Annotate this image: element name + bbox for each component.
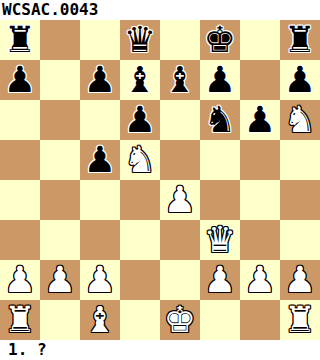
- square-f2[interactable]: ♟: [200, 260, 240, 300]
- square-a7[interactable]: ♟: [0, 60, 40, 100]
- square-a5[interactable]: [0, 140, 40, 180]
- square-g6[interactable]: ♟: [240, 100, 280, 140]
- square-g7[interactable]: [240, 60, 280, 100]
- square-h1[interactable]: ♜: [280, 300, 320, 340]
- black-queen-icon: ♛: [124, 20, 156, 60]
- square-e1[interactable]: ♚: [160, 300, 200, 340]
- black-pawn-icon: ♟: [244, 100, 276, 140]
- black-rook-icon: ♜: [4, 20, 36, 60]
- square-h3[interactable]: [280, 220, 320, 260]
- chess-program-window: WCSAC.0043 ♜♛♚♜♟♟♝♝♟♟♟♞♟♞♟♞♟♛♟♟♟♟♟♟♜♝♚♜ …: [0, 0, 320, 360]
- black-pawn-icon: ♟: [124, 100, 156, 140]
- white-pawn-icon: ♟: [244, 260, 276, 300]
- white-knight-icon: ♞: [284, 100, 316, 140]
- status-bar: 1. ?: [0, 340, 320, 360]
- white-pawn-icon: ♟: [4, 260, 36, 300]
- square-c2[interactable]: ♟: [80, 260, 120, 300]
- title-bar: WCSAC.0043: [0, 0, 320, 20]
- white-pawn-icon: ♟: [84, 260, 116, 300]
- square-d3[interactable]: [120, 220, 160, 260]
- square-g2[interactable]: ♟: [240, 260, 280, 300]
- position-title: WCSAC.0043: [2, 0, 98, 19]
- square-d4[interactable]: [120, 180, 160, 220]
- square-c6[interactable]: [80, 100, 120, 140]
- square-c7[interactable]: ♟: [80, 60, 120, 100]
- square-e8[interactable]: [160, 20, 200, 60]
- square-c8[interactable]: [80, 20, 120, 60]
- square-e4[interactable]: ♟: [160, 180, 200, 220]
- black-bishop-icon: ♝: [124, 60, 156, 100]
- white-bishop-icon: ♝: [84, 300, 116, 340]
- square-h4[interactable]: [280, 180, 320, 220]
- black-pawn-icon: ♟: [284, 60, 316, 100]
- square-g8[interactable]: [240, 20, 280, 60]
- black-bishop-icon: ♝: [164, 60, 196, 100]
- square-e7[interactable]: ♝: [160, 60, 200, 100]
- square-a3[interactable]: [0, 220, 40, 260]
- black-pawn-icon: ♟: [204, 60, 236, 100]
- white-pawn-icon: ♟: [284, 260, 316, 300]
- square-g1[interactable]: [240, 300, 280, 340]
- square-b6[interactable]: [40, 100, 80, 140]
- black-pawn-icon: ♟: [4, 60, 36, 100]
- square-f7[interactable]: ♟: [200, 60, 240, 100]
- black-rook-icon: ♜: [284, 20, 316, 60]
- white-pawn-icon: ♟: [204, 260, 236, 300]
- square-e3[interactable]: [160, 220, 200, 260]
- square-b7[interactable]: [40, 60, 80, 100]
- square-h6[interactable]: ♞: [280, 100, 320, 140]
- square-d2[interactable]: [120, 260, 160, 300]
- black-king-icon: ♚: [204, 20, 236, 60]
- square-h2[interactable]: ♟: [280, 260, 320, 300]
- square-f4[interactable]: [200, 180, 240, 220]
- square-d7[interactable]: ♝: [120, 60, 160, 100]
- square-b3[interactable]: [40, 220, 80, 260]
- square-e5[interactable]: [160, 140, 200, 180]
- white-king-icon: ♚: [164, 300, 196, 340]
- square-c4[interactable]: [80, 180, 120, 220]
- square-e2[interactable]: [160, 260, 200, 300]
- square-c3[interactable]: [80, 220, 120, 260]
- square-a4[interactable]: [0, 180, 40, 220]
- square-e6[interactable]: [160, 100, 200, 140]
- square-d8[interactable]: ♛: [120, 20, 160, 60]
- white-queen-icon: ♛: [204, 220, 236, 260]
- square-f1[interactable]: [200, 300, 240, 340]
- white-pawn-icon: ♟: [44, 260, 76, 300]
- white-knight-icon: ♞: [124, 140, 156, 180]
- square-d6[interactable]: ♟: [120, 100, 160, 140]
- square-d5[interactable]: ♞: [120, 140, 160, 180]
- square-h8[interactable]: ♜: [280, 20, 320, 60]
- white-rook-icon: ♜: [4, 300, 36, 340]
- square-d1[interactable]: [120, 300, 160, 340]
- square-b1[interactable]: [40, 300, 80, 340]
- square-b4[interactable]: [40, 180, 80, 220]
- square-h7[interactable]: ♟: [280, 60, 320, 100]
- white-pawn-icon: ♟: [164, 180, 196, 220]
- square-g5[interactable]: [240, 140, 280, 180]
- square-b8[interactable]: [40, 20, 80, 60]
- square-f6[interactable]: ♞: [200, 100, 240, 140]
- square-b2[interactable]: ♟: [40, 260, 80, 300]
- chess-board: ♜♛♚♜♟♟♝♝♟♟♟♞♟♞♟♞♟♛♟♟♟♟♟♟♜♝♚♜: [0, 20, 320, 340]
- square-h5[interactable]: [280, 140, 320, 180]
- square-a1[interactable]: ♜: [0, 300, 40, 340]
- square-g4[interactable]: [240, 180, 280, 220]
- square-c5[interactable]: ♟: [80, 140, 120, 180]
- square-b5[interactable]: [40, 140, 80, 180]
- square-f8[interactable]: ♚: [200, 20, 240, 60]
- white-rook-icon: ♜: [284, 300, 316, 340]
- square-a8[interactable]: ♜: [0, 20, 40, 60]
- square-a2[interactable]: ♟: [0, 260, 40, 300]
- black-pawn-icon: ♟: [84, 140, 116, 180]
- square-f3[interactable]: ♛: [200, 220, 240, 260]
- black-knight-icon: ♞: [204, 100, 236, 140]
- move-prompt: 1. ?: [8, 340, 47, 359]
- black-pawn-icon: ♟: [84, 60, 116, 100]
- square-a6[interactable]: [0, 100, 40, 140]
- square-g3[interactable]: [240, 220, 280, 260]
- square-f5[interactable]: [200, 140, 240, 180]
- square-c1[interactable]: ♝: [80, 300, 120, 340]
